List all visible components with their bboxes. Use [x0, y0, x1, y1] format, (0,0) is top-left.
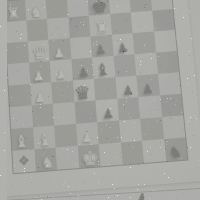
photograph: STAUNTON ♜♞♚♜♛♟♟♟♟♟♟♝♟♛♟♟♟♝♝♟❖♞♚♞ ♟: [0, 0, 200, 200]
white-bishop: ♝: [13, 132, 30, 151]
square-e3: ♟: [95, 99, 118, 122]
square-e5: ♝: [92, 56, 115, 79]
square-c1: [56, 146, 79, 170]
corner-emblem-icon: ❖: [18, 154, 31, 168]
black-pawn: ♟: [122, 84, 134, 97]
square-g7: [131, 11, 154, 34]
square-g1: [142, 139, 166, 163]
black-pawn: ♟: [116, 41, 129, 55]
square-d4: ♛: [72, 79, 95, 102]
square-e1: [99, 142, 122, 166]
square-a7: [5, 21, 27, 44]
black-bishop: ♝: [94, 61, 111, 79]
white-pawn: ♟: [32, 69, 44, 83]
square-h1: ♞: [164, 137, 188, 161]
square-e2: [97, 120, 120, 144]
white-king: ♚: [81, 148, 99, 168]
square-d1: ♚: [77, 144, 100, 168]
square-g4: ♟: [136, 74, 159, 97]
square-f6: ♟: [111, 33, 134, 56]
square-h4: [158, 72, 181, 95]
white-knight: ♞: [30, 5, 43, 20]
square-b6: ♛: [27, 40, 50, 63]
square-c6: ♟: [48, 38, 71, 61]
photo-margin: [0, 0, 7, 200]
square-f3: [117, 97, 140, 120]
black-pawn: ♟: [77, 65, 90, 79]
square-d6: [69, 36, 92, 59]
square-f2: [119, 119, 142, 143]
square-d2: ♟: [76, 122, 99, 146]
square-e4: [94, 77, 117, 100]
square-e7: ♜: [89, 14, 112, 37]
square-h6: [154, 30, 177, 53]
square-f5: [113, 54, 136, 77]
square-a6: [6, 41, 28, 64]
square-a5: [7, 63, 30, 86]
square-d8: [66, 0, 88, 17]
square-c7: [47, 17, 69, 40]
square-a3: [10, 105, 33, 128]
square-b4: ♟: [30, 82, 53, 105]
square-b8: ♞: [25, 0, 47, 21]
square-f1: [120, 141, 144, 165]
black-pawn: ♟: [94, 43, 107, 57]
square-d7: [68, 16, 91, 39]
white-rook: ♜: [94, 20, 110, 37]
square-g3: [138, 95, 161, 118]
square-g2: [140, 117, 164, 141]
square-f7: [110, 12, 133, 35]
square-d5: ♟: [71, 58, 94, 81]
white-knight: ♞: [41, 155, 55, 171]
board-grid: ♜♞♚♜♛♟♟♟♟♟♟♝♟♛♟♟♟♝♝♟❖♞♚♞: [4, 0, 188, 173]
square-h5: [156, 51, 179, 74]
square-a4: [9, 84, 32, 107]
square-b5: ♟: [29, 61, 52, 84]
square-b3: [31, 104, 54, 127]
square-c2: [54, 124, 77, 148]
square-a8: ♜: [4, 0, 26, 22]
square-h3: [160, 94, 184, 117]
square-c3: [53, 102, 76, 125]
white-pawn: ♟: [53, 46, 65, 59]
square-a1: ❖: [12, 149, 35, 173]
black-knight: ♞: [167, 144, 183, 161]
captured-piece: ♟: [134, 191, 149, 200]
black-pawn: ♟: [141, 82, 154, 95]
square-a2: ♝: [11, 127, 34, 151]
square-g5: [134, 53, 157, 76]
black-pawn: ♟: [102, 107, 114, 120]
square-e6: ♟: [90, 35, 113, 58]
square-h2: [162, 115, 186, 139]
white-pawn: ♟: [81, 131, 93, 145]
square-b1: ♞: [34, 148, 57, 172]
square-c8: [45, 0, 67, 19]
chess-board: STAUNTON ♜♞♚♜♛♟♟♟♟♟♟♝♟♛♟♟♟♝♝♟❖♞♚♞: [0, 0, 200, 196]
square-c4: [51, 81, 74, 104]
square-c5: ♟: [50, 59, 73, 82]
square-f4: ♟: [115, 76, 138, 99]
square-h7: [152, 9, 175, 32]
white-bishop: ♝: [36, 130, 53, 149]
white-rook: ♜: [5, 6, 21, 23]
square-g6: [133, 32, 156, 55]
square-d3: [74, 100, 97, 123]
square-b2: ♝: [33, 126, 56, 150]
white-pawn: ♟: [34, 90, 47, 104]
white-pawn: ♟: [55, 67, 68, 81]
square-b7: [26, 19, 48, 42]
